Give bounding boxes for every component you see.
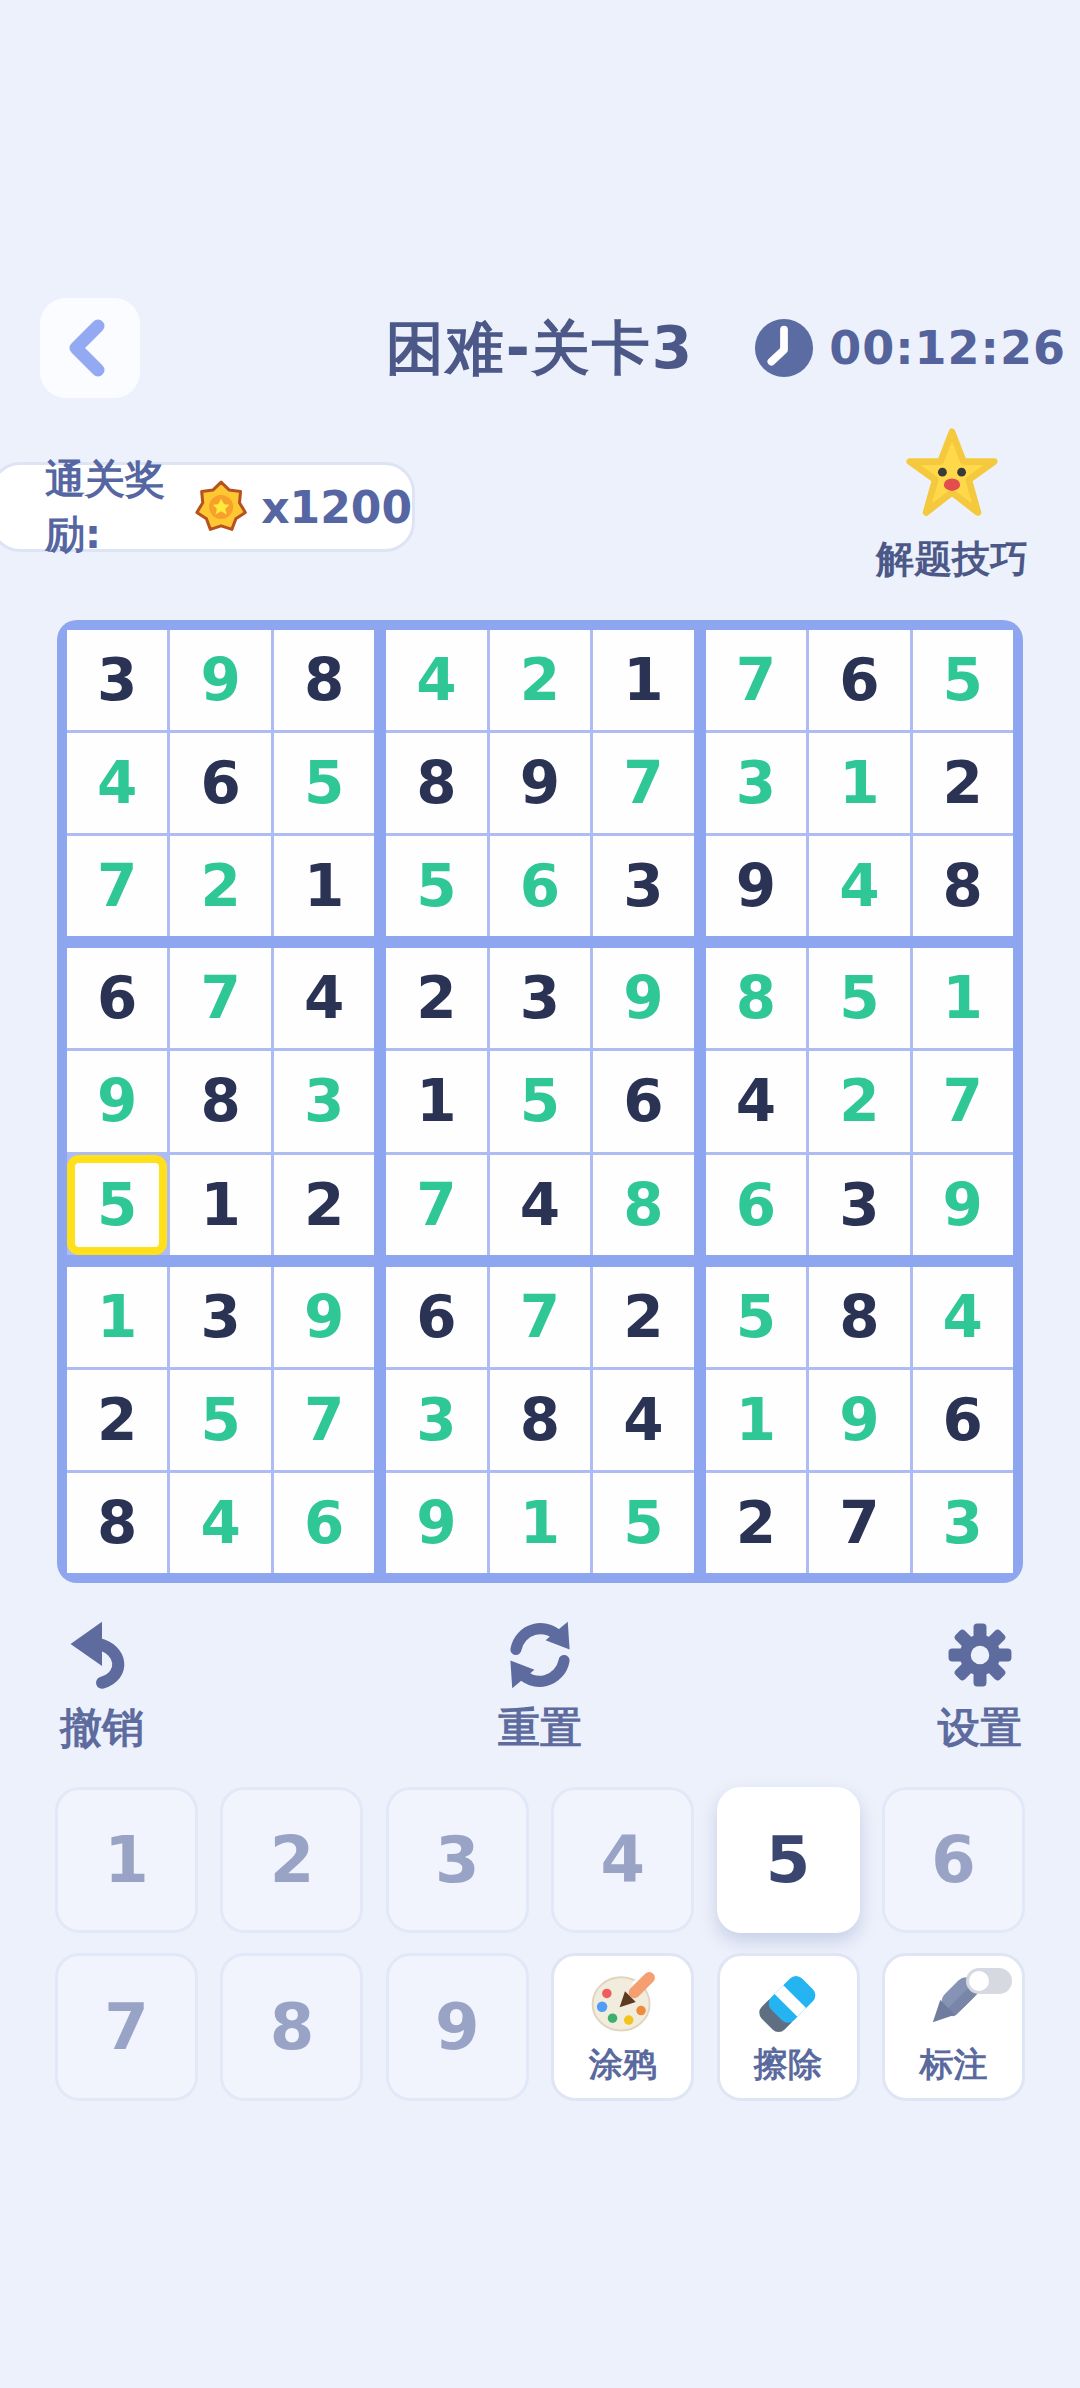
doodle-button[interactable]: 涂鸦 [551,1953,694,2101]
cell-r6c5[interactable]: 4 [490,1155,590,1255]
cell-r8c4[interactable]: 3 [386,1370,486,1470]
cell-r5c3[interactable]: 3 [274,1051,374,1151]
annotate-label: 标注 [919,2042,987,2088]
cell-r5c2[interactable]: 8 [170,1051,270,1151]
cell-r7c4[interactable]: 6 [386,1267,486,1367]
numpad-6[interactable]: 6 [882,1787,1025,1933]
cell-r4c1[interactable]: 6 [67,948,167,1048]
cell-r5c4[interactable]: 1 [386,1051,486,1151]
numpad-8[interactable]: 8 [220,1953,363,2101]
reset-label: 重置 [460,1700,620,1756]
cell-r4c3[interactable]: 4 [274,948,374,1048]
cell-r2c9[interactable]: 2 [913,733,1013,833]
cell-r7c3[interactable]: 9 [274,1267,374,1367]
cell-r2c1[interactable]: 4 [67,733,167,833]
reward-banner: 通关奖励: x1200 [0,462,415,552]
cell-r6c7[interactable]: 6 [706,1155,806,1255]
cell-r9c9[interactable]: 3 [913,1473,1013,1573]
block-1: 398465721 [67,630,374,936]
cell-r7c9[interactable]: 4 [913,1267,1013,1367]
cell-r8c1[interactable]: 2 [67,1370,167,1470]
sudoku-board: 3984657214218975637653129486749835122391… [57,620,1023,1583]
reward-amount: x1200 [261,482,412,533]
block-9: 584196273 [706,1267,1013,1573]
eraser-icon [750,1964,826,2040]
cell-r6c8[interactable]: 3 [809,1155,909,1255]
numpad-3[interactable]: 3 [386,1787,529,1933]
reset-icon [503,1618,577,1692]
cell-r1c6[interactable]: 1 [593,630,693,730]
numpad-9[interactable]: 9 [386,1953,529,2101]
cell-r6c3[interactable]: 2 [274,1155,374,1255]
gold-medal-icon [191,468,251,546]
annotate-toggle[interactable] [966,1968,1012,1994]
tips-label: 解题技巧 [856,534,1048,585]
cell-r5c8[interactable]: 2 [809,1051,909,1151]
cell-r1c7[interactable]: 7 [706,630,806,730]
cell-r4c7[interactable]: 8 [706,948,806,1048]
numpad-5[interactable]: 5 [717,1787,860,1933]
cell-r1c3[interactable]: 8 [274,630,374,730]
cell-r6c9[interactable]: 9 [913,1155,1013,1255]
cell-r4c6[interactable]: 9 [593,948,693,1048]
cell-r9c5[interactable]: 1 [490,1473,590,1573]
cell-r7c7[interactable]: 5 [706,1267,806,1367]
cell-r8c8[interactable]: 9 [809,1370,909,1470]
numpad-row-2: 789 涂鸦 [55,1953,1025,2101]
annotate-button[interactable]: 标注 [882,1953,1025,2101]
tips-button[interactable]: 解题技巧 [856,428,1048,585]
cell-r2c4[interactable]: 8 [386,733,486,833]
block-3: 765312948 [706,630,1013,936]
cell-r1c2[interactable]: 9 [170,630,270,730]
cell-r5c7[interactable]: 4 [706,1051,806,1151]
reset-button[interactable]: 重置 [460,1618,620,1756]
cell-r8c9[interactable]: 6 [913,1370,1013,1470]
cell-r8c5[interactable]: 8 [490,1370,590,1470]
erase-button[interactable]: 擦除 [717,1953,860,2101]
cell-r3c8[interactable]: 4 [809,836,909,936]
cell-r6c4[interactable]: 7 [386,1155,486,1255]
timer-value: 00:12:26 [829,321,1066,375]
cell-r2c2[interactable]: 6 [170,733,270,833]
cell-r7c6[interactable]: 2 [593,1267,693,1367]
gear-icon [943,1618,1017,1692]
cell-r5c9[interactable]: 7 [913,1051,1013,1151]
cell-r4c5[interactable]: 3 [490,948,590,1048]
cell-r9c2[interactable]: 4 [170,1473,270,1573]
cell-r7c1[interactable]: 1 [67,1267,167,1367]
cell-r2c8[interactable]: 1 [809,733,909,833]
cell-r3c7[interactable]: 9 [706,836,806,936]
numpad-7[interactable]: 7 [55,1953,198,2101]
cell-r2c7[interactable]: 3 [706,733,806,833]
cell-r6c6[interactable]: 8 [593,1155,693,1255]
cell-r5c6[interactable]: 6 [593,1051,693,1151]
cell-r5c5[interactable]: 5 [490,1051,590,1151]
block-8: 672384915 [386,1267,693,1573]
numpad-row-1: 123456 [55,1787,1025,1933]
numpad-4[interactable]: 4 [551,1787,694,1933]
cell-r4c9[interactable]: 1 [913,948,1013,1048]
star-face-icon [904,428,1000,524]
cell-r5c1[interactable]: 9 [67,1051,167,1151]
cell-r9c1[interactable]: 8 [67,1473,167,1573]
cell-r9c6[interactable]: 5 [593,1473,693,1573]
cell-r4c8[interactable]: 5 [809,948,909,1048]
cell-r9c3[interactable]: 6 [274,1473,374,1573]
cell-r6c2[interactable]: 1 [170,1155,270,1255]
cell-r9c8[interactable]: 7 [809,1473,909,1573]
block-7: 139257846 [67,1267,374,1573]
cell-r8c2[interactable]: 5 [170,1370,270,1470]
palette-icon [585,1964,661,2040]
cell-r7c8[interactable]: 8 [809,1267,909,1367]
cell-r1c8[interactable]: 6 [809,630,909,730]
cell-r3c2[interactable]: 2 [170,836,270,936]
cell-r2c3[interactable]: 5 [274,733,374,833]
cell-r3c6[interactable]: 3 [593,836,693,936]
cell-r4c2[interactable]: 7 [170,948,270,1048]
block-4: 674983512 [67,948,374,1254]
cell-r7c2[interactable]: 3 [170,1267,270,1367]
erase-label: 擦除 [754,2042,822,2088]
cell-r3c9[interactable]: 8 [913,836,1013,936]
cell-r8c7[interactable]: 1 [706,1370,806,1470]
settings-button[interactable]: 设置 [900,1618,1060,1756]
clock-icon [753,317,815,379]
cell-r3c3[interactable]: 1 [274,836,374,936]
block-6: 851427639 [706,948,1013,1254]
cell-r2c6[interactable]: 7 [593,733,693,833]
cell-r2c5[interactable]: 9 [490,733,590,833]
settings-label: 设置 [900,1700,1060,1756]
block-2: 421897563 [386,630,693,936]
cell-r1c5[interactable]: 2 [490,630,590,730]
sudoku-app-screen: 困难-关卡3 00:12:26 通关奖励: x1200 解题技巧 3984657… [0,0,1080,2388]
cell-r6c1[interactable]: 5 [67,1155,167,1255]
cell-r3c4[interactable]: 5 [386,836,486,936]
block-5: 239156748 [386,948,693,1254]
cell-r1c4[interactable]: 4 [386,630,486,730]
cell-r9c7[interactable]: 2 [706,1473,806,1573]
doodle-label: 涂鸦 [589,2042,657,2088]
undo-label: 撤销 [22,1700,182,1756]
cell-r9c4[interactable]: 9 [386,1473,486,1573]
reward-label: 通关奖励: [45,452,181,562]
cell-r7c5[interactable]: 7 [490,1267,590,1367]
undo-icon [65,1618,139,1692]
cell-r1c1[interactable]: 3 [67,630,167,730]
numpad-2[interactable]: 2 [220,1787,363,1933]
undo-button[interactable]: 撤销 [22,1618,182,1756]
cell-r3c1[interactable]: 7 [67,836,167,936]
cell-r3c5[interactable]: 6 [490,836,590,936]
cell-r1c9[interactable]: 5 [913,630,1013,730]
cell-r8c6[interactable]: 4 [593,1370,693,1470]
cell-r4c4[interactable]: 2 [386,948,486,1048]
timer: 00:12:26 [753,296,1066,400]
numpad-1[interactable]: 1 [55,1787,198,1933]
cell-r8c3[interactable]: 7 [274,1370,374,1470]
